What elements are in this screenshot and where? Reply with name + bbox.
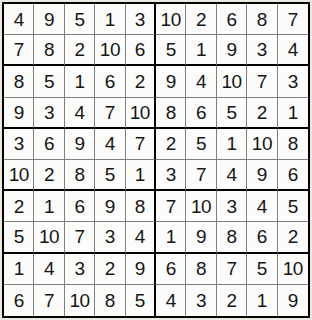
- cell-r5c1[interactable]: 3: [4, 129, 34, 160]
- cell-r10c3[interactable]: 10: [65, 285, 95, 316]
- sudoku-board: 4951310268778210651934851629410739347108…: [4, 4, 308, 316]
- cell-r2c7[interactable]: 1: [186, 35, 216, 66]
- cell-r1c7[interactable]: 2: [186, 4, 216, 35]
- cell-r6c10[interactable]: 6: [278, 160, 308, 191]
- cell-r1c6[interactable]: 10: [156, 4, 186, 35]
- cell-r8c2[interactable]: 10: [34, 222, 64, 253]
- cell-r9c9[interactable]: 5: [247, 254, 277, 285]
- cell-r3c10[interactable]: 3: [278, 66, 308, 97]
- cell-r2c2[interactable]: 8: [34, 35, 64, 66]
- cell-r5c2[interactable]: 6: [34, 129, 64, 160]
- cell-r9c2[interactable]: 4: [34, 254, 64, 285]
- cell-r8c7[interactable]: 9: [186, 222, 216, 253]
- cell-r7c9[interactable]: 4: [247, 191, 277, 222]
- cell-r9c1[interactable]: 1: [4, 254, 34, 285]
- cell-r5c3[interactable]: 9: [65, 129, 95, 160]
- cell-r4c7[interactable]: 6: [186, 98, 216, 129]
- cell-r1c5[interactable]: 3: [126, 4, 156, 35]
- cell-r10c10[interactable]: 9: [278, 285, 308, 316]
- cell-r10c8[interactable]: 2: [217, 285, 247, 316]
- cell-r7c8[interactable]: 3: [217, 191, 247, 222]
- cell-r10c1[interactable]: 6: [4, 285, 34, 316]
- cell-r4c8[interactable]: 5: [217, 98, 247, 129]
- cell-r9c7[interactable]: 8: [186, 254, 216, 285]
- cell-r6c6[interactable]: 3: [156, 160, 186, 191]
- cell-r5c9[interactable]: 10: [247, 129, 277, 160]
- cell-r10c9[interactable]: 1: [247, 285, 277, 316]
- cell-r9c4[interactable]: 2: [95, 254, 125, 285]
- cell-r10c5[interactable]: 5: [126, 285, 156, 316]
- cell-r6c8[interactable]: 4: [217, 160, 247, 191]
- cell-r1c1[interactable]: 4: [4, 4, 34, 35]
- cell-r4c10[interactable]: 1: [278, 98, 308, 129]
- cell-r9c10[interactable]: 10: [278, 254, 308, 285]
- cell-r10c4[interactable]: 8: [95, 285, 125, 316]
- cell-r4c9[interactable]: 2: [247, 98, 277, 129]
- cell-r8c3[interactable]: 7: [65, 222, 95, 253]
- cell-r4c2[interactable]: 3: [34, 98, 64, 129]
- cell-r8c6[interactable]: 1: [156, 222, 186, 253]
- cell-r7c1[interactable]: 2: [4, 191, 34, 222]
- cell-r6c2[interactable]: 2: [34, 160, 64, 191]
- cell-r8c8[interactable]: 8: [217, 222, 247, 253]
- cell-r1c3[interactable]: 5: [65, 4, 95, 35]
- cell-r3c9[interactable]: 7: [247, 66, 277, 97]
- cell-r8c10[interactable]: 2: [278, 222, 308, 253]
- cell-r3c2[interactable]: 5: [34, 66, 64, 97]
- cell-r3c3[interactable]: 1: [65, 66, 95, 97]
- cell-r2c1[interactable]: 7: [4, 35, 34, 66]
- cell-r5c4[interactable]: 4: [95, 129, 125, 160]
- cell-r8c4[interactable]: 3: [95, 222, 125, 253]
- cell-r3c8[interactable]: 10: [217, 66, 247, 97]
- cell-r7c5[interactable]: 8: [126, 191, 156, 222]
- cell-r3c6[interactable]: 9: [156, 66, 186, 97]
- sudoku-board-frame: 4951310268778210651934851629410739347108…: [2, 2, 310, 318]
- cell-r1c9[interactable]: 8: [247, 4, 277, 35]
- cell-r4c3[interactable]: 4: [65, 98, 95, 129]
- cell-r8c5[interactable]: 4: [126, 222, 156, 253]
- cell-r9c8[interactable]: 7: [217, 254, 247, 285]
- cell-r8c1[interactable]: 5: [4, 222, 34, 253]
- cell-r6c4[interactable]: 5: [95, 160, 125, 191]
- cell-r2c5[interactable]: 6: [126, 35, 156, 66]
- cell-r2c4[interactable]: 10: [95, 35, 125, 66]
- cell-r7c7[interactable]: 10: [186, 191, 216, 222]
- cell-r6c3[interactable]: 8: [65, 160, 95, 191]
- cell-r9c3[interactable]: 3: [65, 254, 95, 285]
- cell-r2c10[interactable]: 4: [278, 35, 308, 66]
- cell-r10c7[interactable]: 3: [186, 285, 216, 316]
- cell-r7c10[interactable]: 5: [278, 191, 308, 222]
- cell-r3c7[interactable]: 4: [186, 66, 216, 97]
- cell-r10c2[interactable]: 7: [34, 285, 64, 316]
- cell-r5c10[interactable]: 8: [278, 129, 308, 160]
- cell-r4c5[interactable]: 10: [126, 98, 156, 129]
- cell-r1c4[interactable]: 1: [95, 4, 125, 35]
- cell-r1c10[interactable]: 7: [278, 4, 308, 35]
- cell-r4c4[interactable]: 7: [95, 98, 125, 129]
- cell-r7c4[interactable]: 9: [95, 191, 125, 222]
- cell-r3c4[interactable]: 6: [95, 66, 125, 97]
- cell-r7c6[interactable]: 7: [156, 191, 186, 222]
- cell-r2c8[interactable]: 9: [217, 35, 247, 66]
- cell-r3c5[interactable]: 2: [126, 66, 156, 97]
- cell-r2c3[interactable]: 2: [65, 35, 95, 66]
- cell-r9c6[interactable]: 6: [156, 254, 186, 285]
- cell-r10c6[interactable]: 4: [156, 285, 186, 316]
- cell-r2c6[interactable]: 5: [156, 35, 186, 66]
- cell-r5c8[interactable]: 1: [217, 129, 247, 160]
- cell-r1c8[interactable]: 6: [217, 4, 247, 35]
- cell-r6c7[interactable]: 7: [186, 160, 216, 191]
- cell-r4c1[interactable]: 9: [4, 98, 34, 129]
- cell-r6c9[interactable]: 9: [247, 160, 277, 191]
- cell-r1c2[interactable]: 9: [34, 4, 64, 35]
- cell-r5c6[interactable]: 2: [156, 129, 186, 160]
- cell-r4c6[interactable]: 8: [156, 98, 186, 129]
- cell-r7c2[interactable]: 1: [34, 191, 64, 222]
- cell-r6c1[interactable]: 10: [4, 160, 34, 191]
- cell-r5c7[interactable]: 5: [186, 129, 216, 160]
- cell-r9c5[interactable]: 9: [126, 254, 156, 285]
- cell-r8c9[interactable]: 6: [247, 222, 277, 253]
- cell-r7c3[interactable]: 6: [65, 191, 95, 222]
- cell-r3c1[interactable]: 8: [4, 66, 34, 97]
- cell-r2c9[interactable]: 3: [247, 35, 277, 66]
- cell-r5c5[interactable]: 7: [126, 129, 156, 160]
- cell-r6c5[interactable]: 1: [126, 160, 156, 191]
